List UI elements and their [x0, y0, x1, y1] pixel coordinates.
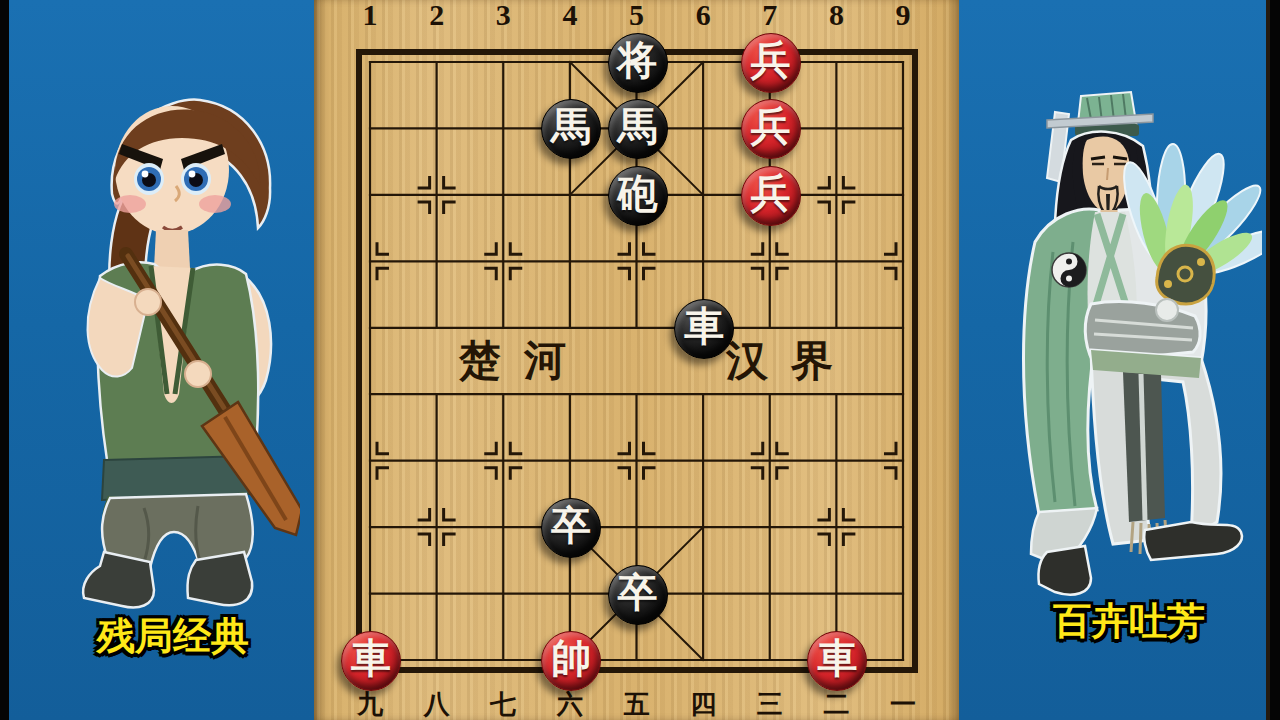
- black-soldier-1[interactable]: 卒: [541, 498, 601, 558]
- sage-glove: [1156, 299, 1178, 321]
- file-label-bottom-8: 二: [823, 692, 849, 718]
- file-label-top-9: 9: [896, 0, 911, 30]
- sage-left-boot: [1038, 546, 1091, 595]
- file-label-bottom-6: 四: [690, 692, 716, 718]
- file-label-top-7: 7: [762, 0, 777, 30]
- file-label-top-1: 1: [363, 0, 378, 30]
- file-label-bottom-1: 九: [357, 692, 383, 718]
- red-soldier-2[interactable]: 兵: [741, 99, 801, 159]
- boy-hand-lower: [185, 361, 211, 387]
- file-label-top-3: 3: [496, 0, 511, 30]
- red-soldier-3[interactable]: 兵: [741, 166, 801, 226]
- red-chariot-2[interactable]: 車: [807, 631, 867, 691]
- black-cannon[interactable]: 砲: [608, 166, 668, 226]
- piece-glyph: 馬: [551, 107, 591, 147]
- file-label-bottom-2: 八: [424, 692, 450, 718]
- piece-glyph: 兵: [751, 107, 791, 147]
- right-character-illustration: [995, 82, 1262, 602]
- red-chariot-1[interactable]: 車: [341, 631, 401, 691]
- yin-yang-emblem: [1052, 253, 1086, 287]
- piece-glyph: 車: [684, 307, 724, 347]
- file-label-bottom-4: 六: [557, 692, 583, 718]
- black-horse-1[interactable]: 馬: [541, 99, 601, 159]
- file-label-bottom-7: 三: [757, 692, 783, 718]
- red-soldier-1[interactable]: 兵: [741, 33, 801, 93]
- piece-glyph: 卒: [551, 506, 591, 546]
- fan-gold-ornament: [1157, 245, 1214, 304]
- boy-neck: [154, 230, 190, 268]
- river-label-han-jie: 汉界: [726, 336, 856, 386]
- black-general[interactable]: 将: [608, 33, 668, 93]
- file-label-top-5: 5: [629, 0, 644, 30]
- boy-right-boot: [187, 552, 252, 605]
- sage-right-boot: [1144, 522, 1242, 560]
- piece-glyph: 砲: [618, 174, 658, 214]
- piece-glyph: 車: [817, 639, 857, 679]
- piece-glyph: 将: [618, 41, 658, 81]
- black-soldier-2[interactable]: 卒: [608, 565, 668, 625]
- red-general[interactable]: 帥: [541, 631, 601, 691]
- file-label-top-2: 2: [429, 0, 444, 30]
- piece-glyph: 卒: [618, 573, 658, 613]
- piece-glyph: 車: [351, 639, 391, 679]
- black-chariot[interactable]: 車: [674, 299, 734, 359]
- river-label-chu-he: 楚河: [459, 336, 589, 386]
- black-horse-2[interactable]: 馬: [608, 99, 668, 159]
- boy-hand-upper: [135, 289, 161, 315]
- file-label-top-8: 8: [829, 0, 844, 30]
- file-label-top-6: 6: [696, 0, 711, 30]
- piece-glyph: 兵: [751, 174, 791, 214]
- boy-with-shovel: [48, 62, 300, 612]
- piece-glyph: 帥: [551, 639, 591, 679]
- file-label-bottom-3: 七: [490, 692, 516, 718]
- sage-with-fan: [995, 82, 1262, 602]
- left-character-illustration: [48, 62, 300, 612]
- left-caption: 残局经典: [97, 613, 249, 659]
- file-label-bottom-9: 一: [890, 692, 916, 718]
- piece-glyph: 馬: [618, 107, 658, 147]
- boy-left-boot: [83, 552, 154, 607]
- piece-glyph: 兵: [751, 41, 791, 81]
- right-caption: 百卉吐芳: [1053, 598, 1205, 644]
- file-label-bottom-5: 五: [624, 692, 650, 718]
- boy-blush: [114, 195, 146, 213]
- screenshot-root: 123456789 九八七六五四三二一 楚河 汉界 将兵馬馬兵砲兵車卒卒車帥車: [0, 0, 1280, 720]
- file-label-top-4: 4: [562, 0, 577, 30]
